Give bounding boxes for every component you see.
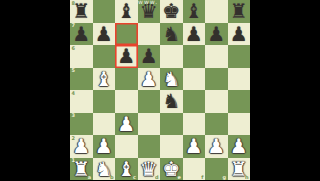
black-rook-piece[interactable]: ♜ <box>230 0 248 23</box>
square-f1[interactable]: f <box>183 158 206 181</box>
square-g1[interactable]: g <box>205 158 228 181</box>
square-b8[interactable] <box>93 0 116 23</box>
square-b3[interactable] <box>93 113 116 136</box>
black-knight-piece[interactable]: ♞ <box>162 23 180 46</box>
square-c2[interactable] <box>115 135 138 158</box>
white-pawn-piece[interactable]: ♟ <box>207 135 225 158</box>
square-f4[interactable] <box>183 90 206 113</box>
file-label-a: a <box>88 175 91 180</box>
rank-label-2: 2 <box>72 136 75 141</box>
square-c1[interactable]: c♝ <box>115 158 138 181</box>
square-h1[interactable]: h♜ <box>228 158 251 181</box>
square-f2[interactable]: ♟ <box>183 135 206 158</box>
square-d5[interactable]: ♟ <box>138 68 161 91</box>
square-f6[interactable] <box>183 45 206 68</box>
letterbox-right <box>250 0 320 180</box>
black-pawn-piece[interactable]: ♟ <box>185 23 203 46</box>
square-a5[interactable]: 5 <box>70 68 93 91</box>
square-h5[interactable] <box>228 68 251 91</box>
rank-label-1: 1 <box>72 158 75 163</box>
square-a4[interactable]: 4 <box>70 90 93 113</box>
square-h7[interactable]: ♟ <box>228 23 251 46</box>
black-knight-piece[interactable]: ♞ <box>162 90 180 113</box>
file-label-b: b <box>110 175 114 180</box>
square-b4[interactable] <box>93 90 116 113</box>
square-e2[interactable] <box>160 135 183 158</box>
file-label-f: f <box>201 175 203 180</box>
file-label-c: c <box>133 175 136 180</box>
square-h8[interactable]: ♜ <box>228 0 251 23</box>
square-e3[interactable] <box>160 113 183 136</box>
black-pawn-piece[interactable]: ♟ <box>95 23 113 46</box>
square-d6[interactable]: ♟ <box>138 45 161 68</box>
square-c8[interactable]: ♝ <box>115 0 138 23</box>
square-g6[interactable] <box>205 45 228 68</box>
square-b5[interactable]: ♝ <box>93 68 116 91</box>
square-a8[interactable]: 8♜ <box>70 0 93 23</box>
white-pawn-piece[interactable]: ♟ <box>185 135 203 158</box>
watermark-text: www. <box>138 0 158 5</box>
square-a6[interactable]: 6 <box>70 45 93 68</box>
square-d1[interactable]: d♛ <box>138 158 161 181</box>
file-label-h: h <box>245 175 249 180</box>
white-pawn-piece[interactable]: ♟ <box>95 135 113 158</box>
square-g3[interactable] <box>205 113 228 136</box>
white-pawn-piece[interactable]: ♟ <box>140 68 158 91</box>
square-d2[interactable] <box>138 135 161 158</box>
square-e4[interactable]: ♞ <box>160 90 183 113</box>
square-d3[interactable] <box>138 113 161 136</box>
square-c6[interactable]: ♟ <box>115 45 138 68</box>
square-e7[interactable]: ♞ <box>160 23 183 46</box>
square-f3[interactable] <box>183 113 206 136</box>
square-h4[interactable] <box>228 90 251 113</box>
black-pawn-piece[interactable]: ♟ <box>117 45 135 68</box>
square-g7[interactable]: ♟ <box>205 23 228 46</box>
square-h6[interactable] <box>228 45 251 68</box>
square-f7[interactable]: ♟ <box>183 23 206 46</box>
square-b2[interactable]: ♟ <box>93 135 116 158</box>
rank-label-3: 3 <box>72 113 75 118</box>
rank-label-8: 8 <box>72 1 75 6</box>
white-pawn-piece[interactable]: ♟ <box>117 113 135 136</box>
letterbox-left <box>0 0 70 180</box>
file-label-e: e <box>178 175 181 180</box>
square-c7[interactable] <box>115 23 138 46</box>
square-a2[interactable]: 2♟ <box>70 135 93 158</box>
chess-board[interactable]: 8♜♝♛♚♝♜7♟♟♞♟♟♟6♟♟5♝♟♞4♞3♟2♟♟♟♟♟1a♜b♞c♝d♛… <box>70 0 250 180</box>
square-d7[interactable] <box>138 23 161 46</box>
square-a1[interactable]: 1a♜ <box>70 158 93 181</box>
file-label-g: g <box>222 175 226 180</box>
square-f8[interactable]: ♝ <box>183 0 206 23</box>
square-d4[interactable] <box>138 90 161 113</box>
square-e8[interactable]: ♚ <box>160 0 183 23</box>
rank-label-6: 6 <box>72 46 75 51</box>
square-h3[interactable] <box>228 113 251 136</box>
black-bishop-piece[interactable]: ♝ <box>117 0 135 23</box>
square-b1[interactable]: b♞ <box>93 158 116 181</box>
square-e6[interactable] <box>160 45 183 68</box>
rank-label-7: 7 <box>72 23 75 28</box>
rank-label-4: 4 <box>72 91 75 96</box>
square-c4[interactable] <box>115 90 138 113</box>
black-pawn-piece[interactable]: ♟ <box>230 23 248 46</box>
square-f5[interactable] <box>183 68 206 91</box>
square-a7[interactable]: 7♟ <box>70 23 93 46</box>
black-pawn-piece[interactable]: ♟ <box>207 23 225 46</box>
square-c3[interactable]: ♟ <box>115 113 138 136</box>
black-bishop-piece[interactable]: ♝ <box>185 0 203 23</box>
square-e5[interactable]: ♞ <box>160 68 183 91</box>
square-c5[interactable] <box>115 68 138 91</box>
square-g2[interactable]: ♟ <box>205 135 228 158</box>
square-g4[interactable] <box>205 90 228 113</box>
white-knight-piece[interactable]: ♞ <box>162 68 180 91</box>
square-h2[interactable]: ♟ <box>228 135 251 158</box>
black-king-piece[interactable]: ♚ <box>162 0 180 23</box>
square-g5[interactable] <box>205 68 228 91</box>
square-b6[interactable] <box>93 45 116 68</box>
file-label-d: d <box>155 175 159 180</box>
white-pawn-piece[interactable]: ♟ <box>230 135 248 158</box>
square-e1[interactable]: e♚ <box>160 158 183 181</box>
square-g8[interactable] <box>205 0 228 23</box>
square-a3[interactable]: 3 <box>70 113 93 136</box>
rank-label-5: 5 <box>72 68 75 73</box>
square-b7[interactable]: ♟ <box>93 23 116 46</box>
white-bishop-piece[interactable]: ♝ <box>95 68 113 91</box>
black-pawn-piece[interactable]: ♟ <box>140 45 158 68</box>
